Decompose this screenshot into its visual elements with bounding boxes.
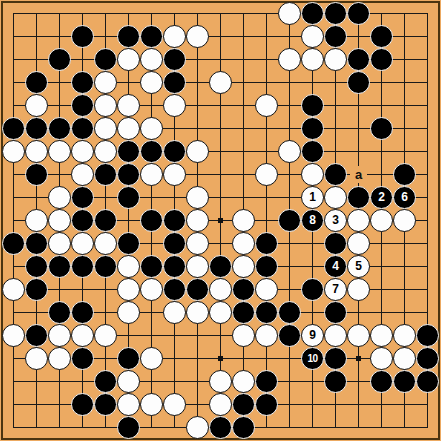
stone-black bbox=[48, 301, 71, 324]
stone-white bbox=[278, 2, 301, 25]
stone-black bbox=[117, 416, 140, 439]
stone-white bbox=[186, 140, 209, 163]
stone-white bbox=[255, 278, 278, 301]
stone-black bbox=[25, 117, 48, 140]
stone-black bbox=[324, 163, 347, 186]
stone-white bbox=[71, 232, 94, 255]
stone-white bbox=[347, 209, 370, 232]
stone-white bbox=[117, 301, 140, 324]
stone-white bbox=[48, 140, 71, 163]
stone-black bbox=[94, 370, 117, 393]
stone-black bbox=[2, 232, 25, 255]
stone-black bbox=[255, 301, 278, 324]
stone-white bbox=[347, 278, 370, 301]
stone-black bbox=[209, 416, 232, 439]
stone-white bbox=[370, 209, 393, 232]
stone-white bbox=[117, 94, 140, 117]
stone-white bbox=[324, 186, 347, 209]
stone-white bbox=[140, 163, 163, 186]
stone-white bbox=[25, 209, 48, 232]
stone-black bbox=[416, 347, 439, 370]
stone-black bbox=[25, 232, 48, 255]
stone-white bbox=[209, 278, 232, 301]
stone-white bbox=[186, 255, 209, 278]
stone-black bbox=[416, 370, 439, 393]
stone-black bbox=[25, 324, 48, 347]
stone-black bbox=[393, 370, 416, 393]
stone-black bbox=[278, 301, 301, 324]
label-a: a bbox=[350, 166, 367, 183]
stone-white-move-5: 5 bbox=[347, 255, 370, 278]
stone-white bbox=[186, 209, 209, 232]
stone-black bbox=[25, 71, 48, 94]
stone-white bbox=[48, 324, 71, 347]
stone-white bbox=[347, 324, 370, 347]
stone-white bbox=[301, 48, 324, 71]
stone-black-move-4: 4 bbox=[324, 255, 347, 278]
stone-black bbox=[301, 117, 324, 140]
stone-black bbox=[25, 163, 48, 186]
stone-black bbox=[94, 255, 117, 278]
stone-black bbox=[301, 94, 324, 117]
stone-white bbox=[255, 163, 278, 186]
stone-black bbox=[140, 25, 163, 48]
stone-white bbox=[140, 347, 163, 370]
stone-white-move-3: 3 bbox=[324, 209, 347, 232]
stone-white bbox=[324, 324, 347, 347]
stone-white bbox=[117, 278, 140, 301]
stone-black bbox=[278, 324, 301, 347]
stone-black bbox=[71, 209, 94, 232]
stone-white bbox=[232, 255, 255, 278]
stone-white bbox=[209, 71, 232, 94]
stone-black bbox=[25, 255, 48, 278]
stone-black bbox=[370, 117, 393, 140]
stone-white bbox=[48, 347, 71, 370]
stone-black bbox=[232, 393, 255, 416]
stone-black bbox=[232, 301, 255, 324]
stone-black bbox=[94, 209, 117, 232]
stone-white bbox=[186, 301, 209, 324]
stone-black-move-2: 2 bbox=[370, 186, 393, 209]
stone-black bbox=[278, 209, 301, 232]
stone-white bbox=[140, 117, 163, 140]
stone-black bbox=[71, 71, 94, 94]
stone-white bbox=[2, 278, 25, 301]
stone-black-move-8: 8 bbox=[301, 209, 324, 232]
stone-black bbox=[71, 393, 94, 416]
stone-black bbox=[140, 140, 163, 163]
stone-white bbox=[393, 324, 416, 347]
stone-white bbox=[370, 324, 393, 347]
stone-black-move-10: 10 bbox=[301, 347, 324, 370]
stone-white bbox=[117, 255, 140, 278]
stone-black bbox=[71, 347, 94, 370]
stone-black bbox=[94, 393, 117, 416]
stone-black bbox=[370, 370, 393, 393]
stone-white bbox=[2, 140, 25, 163]
stone-black bbox=[186, 278, 209, 301]
stone-black bbox=[25, 278, 48, 301]
stone-black bbox=[163, 255, 186, 278]
stone-white bbox=[71, 140, 94, 163]
stone-black bbox=[117, 347, 140, 370]
stone-white-move-9: 9 bbox=[301, 324, 324, 347]
stone-white bbox=[163, 94, 186, 117]
stone-black bbox=[117, 163, 140, 186]
stone-white bbox=[301, 163, 324, 186]
stone-black bbox=[324, 232, 347, 255]
stone-white bbox=[48, 232, 71, 255]
go-board: 12683457910a bbox=[0, 0, 441, 441]
stone-black bbox=[324, 347, 347, 370]
stone-black bbox=[94, 48, 117, 71]
stone-white bbox=[71, 324, 94, 347]
stone-black bbox=[163, 48, 186, 71]
stone-white bbox=[209, 301, 232, 324]
stone-black bbox=[209, 255, 232, 278]
stone-black bbox=[301, 278, 324, 301]
stone-black bbox=[347, 48, 370, 71]
stone-black bbox=[71, 94, 94, 117]
stone-white bbox=[186, 186, 209, 209]
stone-white bbox=[186, 416, 209, 439]
stone-white bbox=[140, 71, 163, 94]
stone-white bbox=[117, 117, 140, 140]
stone-black bbox=[117, 186, 140, 209]
stone-black bbox=[71, 186, 94, 209]
stone-white bbox=[163, 163, 186, 186]
stone-white bbox=[232, 370, 255, 393]
stone-black bbox=[71, 255, 94, 278]
stone-white bbox=[94, 117, 117, 140]
stone-white bbox=[117, 393, 140, 416]
stone-black bbox=[416, 324, 439, 347]
stone-white bbox=[117, 48, 140, 71]
stone-black bbox=[94, 163, 117, 186]
stone-black bbox=[324, 25, 347, 48]
stone-white bbox=[255, 94, 278, 117]
stone-black bbox=[347, 186, 370, 209]
stone-white bbox=[94, 71, 117, 94]
stone-white bbox=[232, 324, 255, 347]
stone-black bbox=[71, 301, 94, 324]
stone-black bbox=[370, 25, 393, 48]
stone-white bbox=[140, 48, 163, 71]
stone-black bbox=[255, 232, 278, 255]
stone-black bbox=[163, 232, 186, 255]
stone-black bbox=[71, 117, 94, 140]
stone-white bbox=[255, 324, 278, 347]
stone-black bbox=[140, 209, 163, 232]
stone-white bbox=[25, 347, 48, 370]
stone-black bbox=[163, 278, 186, 301]
stone-black bbox=[117, 140, 140, 163]
stone-white bbox=[209, 370, 232, 393]
stone-black bbox=[163, 140, 186, 163]
stone-white bbox=[25, 140, 48, 163]
stone-black bbox=[48, 48, 71, 71]
grid-line-vertical bbox=[266, 13, 267, 428]
stone-black bbox=[347, 71, 370, 94]
stone-white bbox=[232, 232, 255, 255]
stone-white bbox=[48, 209, 71, 232]
stone-black bbox=[347, 2, 370, 25]
star-point bbox=[218, 218, 223, 223]
stone-black bbox=[393, 163, 416, 186]
stone-black bbox=[370, 48, 393, 71]
stone-white bbox=[163, 25, 186, 48]
stone-black bbox=[140, 255, 163, 278]
stone-black bbox=[232, 278, 255, 301]
stone-black bbox=[232, 416, 255, 439]
stone-black-move-6: 6 bbox=[393, 186, 416, 209]
stone-white bbox=[117, 370, 140, 393]
stone-white bbox=[301, 25, 324, 48]
stone-white bbox=[71, 163, 94, 186]
stone-black bbox=[324, 2, 347, 25]
stone-black bbox=[117, 232, 140, 255]
stone-white bbox=[2, 324, 25, 347]
stone-white bbox=[94, 324, 117, 347]
stone-black bbox=[48, 117, 71, 140]
stone-black bbox=[301, 140, 324, 163]
stone-white bbox=[140, 278, 163, 301]
stone-white-move-7: 7 bbox=[324, 278, 347, 301]
stone-black bbox=[163, 71, 186, 94]
stone-black bbox=[255, 393, 278, 416]
stone-white bbox=[94, 232, 117, 255]
stone-white bbox=[278, 48, 301, 71]
star-point bbox=[356, 356, 361, 361]
stone-white bbox=[140, 393, 163, 416]
stone-white bbox=[232, 209, 255, 232]
stone-black bbox=[324, 301, 347, 324]
stone-black bbox=[301, 2, 324, 25]
stone-black bbox=[117, 25, 140, 48]
stone-white bbox=[393, 209, 416, 232]
stone-white-move-1: 1 bbox=[301, 186, 324, 209]
stone-white bbox=[370, 347, 393, 370]
stone-black bbox=[2, 117, 25, 140]
stone-white bbox=[278, 140, 301, 163]
stone-black bbox=[255, 370, 278, 393]
stone-white bbox=[186, 232, 209, 255]
stone-white bbox=[186, 25, 209, 48]
star-point bbox=[218, 356, 223, 361]
stone-black bbox=[48, 255, 71, 278]
stone-white bbox=[163, 393, 186, 416]
stone-black bbox=[324, 370, 347, 393]
stone-white bbox=[94, 94, 117, 117]
stone-white bbox=[25, 94, 48, 117]
stone-white bbox=[393, 347, 416, 370]
stone-white bbox=[347, 232, 370, 255]
stone-white bbox=[94, 140, 117, 163]
stone-white bbox=[324, 48, 347, 71]
stone-white bbox=[163, 301, 186, 324]
stone-black bbox=[255, 255, 278, 278]
stone-white bbox=[209, 393, 232, 416]
stone-white bbox=[48, 186, 71, 209]
stone-black bbox=[163, 209, 186, 232]
stone-black bbox=[71, 25, 94, 48]
